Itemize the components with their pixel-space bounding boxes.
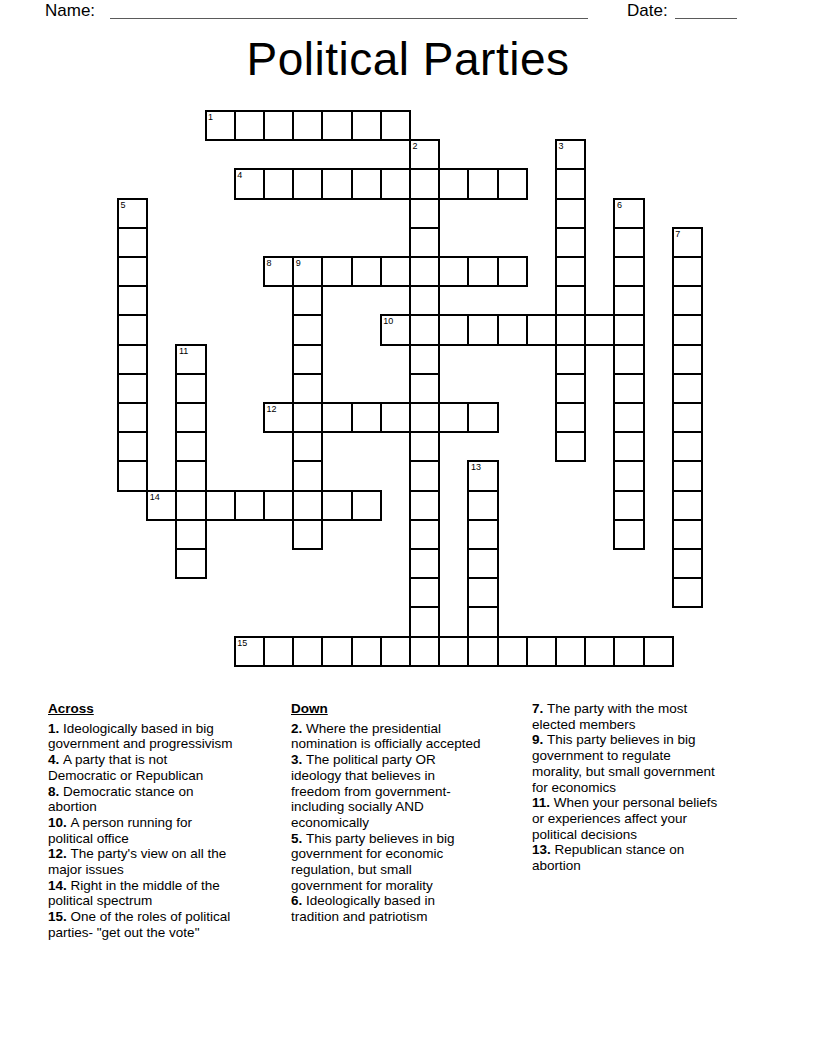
clue-number-4: 4 — [237, 170, 242, 180]
cell-r18-c8[interactable] — [352, 637, 381, 666]
cell-r1-c15[interactable]: 3 — [556, 140, 585, 169]
cell-r5-c8[interactable] — [352, 257, 381, 286]
clue-num-label: 7. — [532, 701, 547, 716]
cell-r7-c12[interactable] — [468, 315, 497, 344]
cell-r8-c17[interactable] — [614, 345, 643, 374]
cell-r11-c6[interactable] — [293, 432, 322, 461]
cell-r8-c10[interactable] — [410, 345, 439, 374]
clue-num-label: 12. — [48, 846, 71, 861]
cell-r11-c2[interactable] — [176, 432, 205, 461]
cell-r4-c15[interactable] — [556, 228, 585, 257]
clue-number-10: 10 — [383, 316, 393, 326]
cell-r5-c5[interactable]: 8 — [264, 257, 293, 286]
clue-num-label: 6. — [291, 893, 306, 908]
cell-r14-c2[interactable] — [176, 520, 205, 549]
cell-r4-c0[interactable] — [118, 228, 147, 257]
cell-r16-c12[interactable] — [468, 578, 497, 607]
cell-r9-c2[interactable] — [176, 374, 205, 403]
clue-number-5: 5 — [121, 200, 126, 210]
clue-across-8: 8. Democratic stance on abortion — [48, 784, 282, 815]
clue-down-3: 3. The political party OR ideology that … — [291, 752, 532, 831]
clue-number-15: 15 — [237, 638, 247, 648]
cell-r4-c17[interactable] — [614, 228, 643, 257]
cell-r12-c2[interactable] — [176, 461, 205, 490]
cell-r13-c19[interactable] — [673, 491, 702, 520]
cell-r18-c16[interactable] — [585, 637, 614, 666]
clue-number-3: 3 — [559, 141, 564, 151]
cell-r10-c15[interactable] — [556, 403, 585, 432]
cell-r18-c6[interactable] — [293, 637, 322, 666]
clue-num-label: 9. — [532, 732, 547, 747]
cell-r0-c3[interactable]: 1 — [206, 111, 235, 140]
clue-down-6: 6. Ideologically based in tradition and … — [291, 893, 532, 924]
cell-r12-c6[interactable] — [293, 461, 322, 490]
cell-r12-c10[interactable] — [410, 461, 439, 490]
name-writein-line[interactable] — [110, 3, 588, 19]
cell-r18-c17[interactable] — [614, 637, 643, 666]
cell-r12-c0[interactable] — [118, 461, 147, 490]
cell-r15-c12[interactable] — [468, 549, 497, 578]
cell-r7-c14[interactable] — [527, 315, 556, 344]
cell-r2-c8[interactable] — [352, 169, 381, 198]
cell-r12-c19[interactable] — [673, 461, 702, 490]
clue-down-2: 2. Where the presidential nomination is … — [291, 721, 532, 752]
cell-r10-c9[interactable] — [381, 403, 410, 432]
down-clues-list-1: 2. Where the presidential nomination is … — [291, 721, 532, 925]
cell-r0-c4[interactable] — [235, 111, 264, 140]
cell-r18-c12[interactable] — [468, 637, 497, 666]
cell-r10-c10[interactable] — [410, 403, 439, 432]
cell-r14-c12[interactable] — [468, 520, 497, 549]
cell-r3-c10[interactable] — [410, 199, 439, 228]
cell-r8-c15[interactable] — [556, 345, 585, 374]
cell-r0-c9[interactable] — [381, 111, 410, 140]
cell-r18-c4[interactable]: 15 — [235, 637, 264, 666]
clue-across-12: 12. The party's view on all the major is… — [48, 846, 282, 877]
cell-r2-c6[interactable] — [293, 169, 322, 198]
cell-r4-c19[interactable]: 7 — [673, 228, 702, 257]
cell-r13-c2[interactable] — [176, 491, 205, 520]
clue-num-label: 2. — [291, 721, 306, 736]
clue-num-label: 10. — [48, 815, 71, 830]
cell-r0-c8[interactable] — [352, 111, 381, 140]
cell-r13-c12[interactable] — [468, 491, 497, 520]
cell-r9-c6[interactable] — [293, 374, 322, 403]
cell-r15-c10[interactable] — [410, 549, 439, 578]
clue-num-label: 3. — [291, 752, 306, 767]
cell-r9-c10[interactable] — [410, 374, 439, 403]
cell-r18-c11[interactable] — [439, 637, 468, 666]
cell-r13-c17[interactable] — [614, 491, 643, 520]
cell-r2-c7[interactable] — [322, 169, 351, 198]
cell-r5-c6[interactable]: 9 — [293, 257, 322, 286]
clue-num-label: 15. — [48, 909, 71, 924]
cell-r3-c15[interactable] — [556, 199, 585, 228]
cell-r7-c16[interactable] — [585, 315, 614, 344]
cell-r2-c9[interactable] — [381, 169, 410, 198]
cell-r9-c17[interactable] — [614, 374, 643, 403]
clue-num-label: 13. — [532, 842, 555, 857]
cell-r6-c6[interactable] — [293, 286, 322, 315]
cell-r16-c10[interactable] — [410, 578, 439, 607]
cell-r0-c5[interactable] — [264, 111, 293, 140]
clue-down-9: 9. This party believes in big government… — [532, 732, 766, 795]
clue-number-8: 8 — [267, 258, 272, 268]
cell-r5-c19[interactable] — [673, 257, 702, 286]
cell-r7-c15[interactable] — [556, 315, 585, 344]
clue-num-label: 5. — [291, 831, 306, 846]
cell-r0-c7[interactable] — [322, 111, 351, 140]
cell-r13-c4[interactable] — [235, 491, 264, 520]
cell-r6-c19[interactable] — [673, 286, 702, 315]
cell-r5-c13[interactable] — [498, 257, 527, 286]
cell-r5-c11[interactable] — [439, 257, 468, 286]
down-heading: Down — [291, 701, 532, 717]
cell-r18-c10[interactable] — [410, 637, 439, 666]
across-heading: Across — [48, 701, 282, 717]
clue-num-label: 4. — [48, 752, 63, 767]
clue-num-label: 1. — [48, 721, 63, 736]
cell-r6-c17[interactable] — [614, 286, 643, 315]
cell-r18-c9[interactable] — [381, 637, 410, 666]
cell-r14-c17[interactable] — [614, 520, 643, 549]
cell-r10-c6[interactable] — [293, 403, 322, 432]
cell-r0-c6[interactable] — [293, 111, 322, 140]
cell-r10-c12[interactable] — [468, 403, 497, 432]
cell-r11-c10[interactable] — [410, 432, 439, 461]
date-writein-line[interactable] — [675, 3, 737, 19]
cell-r5-c12[interactable] — [468, 257, 497, 286]
clue-down-13: 13. Republican stance on abortion — [532, 842, 766, 873]
cell-r3-c17[interactable]: 6 — [614, 199, 643, 228]
cell-r1-c10[interactable]: 2 — [410, 140, 439, 169]
down-clues-column-2: 7. The party with the most elected membe… — [532, 701, 766, 874]
cell-r11-c19[interactable] — [673, 432, 702, 461]
clue-number-13: 13 — [471, 462, 481, 472]
cell-r10-c8[interactable] — [352, 403, 381, 432]
crossword-grid: 123456789101112131415 — [118, 111, 702, 666]
cell-r11-c17[interactable] — [614, 432, 643, 461]
cell-r18-c18[interactable] — [644, 637, 673, 666]
cell-r10-c2[interactable] — [176, 403, 205, 432]
name-label: Name: — [45, 1, 95, 21]
cell-r12-c12[interactable]: 13 — [468, 461, 497, 490]
clue-number-2: 2 — [413, 141, 418, 151]
clue-num-label: 14. — [48, 878, 71, 893]
clue-num-label: 8. — [48, 784, 63, 799]
cell-r9-c19[interactable] — [673, 374, 702, 403]
cell-r3-c0[interactable]: 5 — [118, 199, 147, 228]
clue-down-5: 5. This party believes in big government… — [291, 831, 532, 894]
cell-r2-c13[interactable] — [498, 169, 527, 198]
cell-r7-c9[interactable]: 10 — [381, 315, 410, 344]
cell-r13-c6[interactable] — [293, 491, 322, 520]
cell-r7-c0[interactable] — [118, 315, 147, 344]
cell-r14-c19[interactable] — [673, 520, 702, 549]
clue-number-9: 9 — [296, 258, 301, 268]
cell-r5-c7[interactable] — [322, 257, 351, 286]
cell-r12-c17[interactable] — [614, 461, 643, 490]
cell-r18-c7[interactable] — [322, 637, 351, 666]
clue-down-11: 11. When your personal beliefs or experi… — [532, 795, 766, 842]
cell-r8-c6[interactable] — [293, 345, 322, 374]
cell-r6-c0[interactable] — [118, 286, 147, 315]
clue-down-7: 7. The party with the most elected membe… — [532, 701, 766, 732]
cell-r6-c10[interactable] — [410, 286, 439, 315]
cell-r2-c4[interactable]: 4 — [235, 169, 264, 198]
cell-r10-c11[interactable] — [439, 403, 468, 432]
cell-r6-c15[interactable] — [556, 286, 585, 315]
cell-r9-c15[interactable] — [556, 374, 585, 403]
cell-r13-c10[interactable] — [410, 491, 439, 520]
cell-r7-c11[interactable] — [439, 315, 468, 344]
cell-r2-c11[interactable] — [439, 169, 468, 198]
cell-r10-c7[interactable] — [322, 403, 351, 432]
cell-r2-c12[interactable] — [468, 169, 497, 198]
cell-r8-c19[interactable] — [673, 345, 702, 374]
clue-across-1: 1. Ideologically based in big government… — [48, 721, 282, 752]
cell-r15-c2[interactable] — [176, 549, 205, 578]
cell-r15-c19[interactable] — [673, 549, 702, 578]
clue-across-4: 4. A party that is not Democratic or Rep… — [48, 752, 282, 783]
cell-r7-c13[interactable] — [498, 315, 527, 344]
clue-number-12: 12 — [267, 404, 277, 414]
cell-r13-c3[interactable] — [206, 491, 235, 520]
cell-r9-c0[interactable] — [118, 374, 147, 403]
cell-r13-c1[interactable]: 14 — [147, 491, 176, 520]
cell-r10-c0[interactable] — [118, 403, 147, 432]
worksheet-page: Name: Date: Political Parties 1234567891… — [0, 0, 816, 1056]
cell-r8-c2[interactable]: 11 — [176, 345, 205, 374]
across-clues-column: Across 1. Ideologically based in big gov… — [48, 701, 282, 941]
cell-r2-c15[interactable] — [556, 169, 585, 198]
clue-number-6: 6 — [617, 200, 622, 210]
clue-across-10: 10. A person running for political offic… — [48, 815, 282, 846]
cell-r5-c0[interactable] — [118, 257, 147, 286]
cell-r8-c0[interactable] — [118, 345, 147, 374]
across-clues-list: 1. Ideologically based in big government… — [48, 721, 282, 941]
cell-r10-c19[interactable] — [673, 403, 702, 432]
cell-r7-c19[interactable] — [673, 315, 702, 344]
cell-r17-c12[interactable] — [468, 607, 497, 636]
cell-r13-c5[interactable] — [264, 491, 293, 520]
clue-number-1: 1 — [208, 112, 213, 122]
cell-r14-c6[interactable] — [293, 520, 322, 549]
cell-r7-c6[interactable] — [293, 315, 322, 344]
cell-r10-c17[interactable] — [614, 403, 643, 432]
date-label: Date: — [627, 1, 668, 21]
cell-r18-c14[interactable] — [527, 637, 556, 666]
clue-across-14: 14. Right in the middle of the political… — [48, 878, 282, 909]
clue-num-label: 11. — [532, 795, 554, 810]
cell-r5-c9[interactable] — [381, 257, 410, 286]
cell-r5-c10[interactable] — [410, 257, 439, 286]
clue-number-14: 14 — [150, 492, 160, 502]
cell-r7-c17[interactable] — [614, 315, 643, 344]
cell-r18-c15[interactable] — [556, 637, 585, 666]
cell-r2-c10[interactable] — [410, 169, 439, 198]
cell-r13-c7[interactable] — [322, 491, 351, 520]
down-clues-list-2: 7. The party with the most elected membe… — [532, 701, 766, 874]
cell-r7-c10[interactable] — [410, 315, 439, 344]
cell-r10-c5[interactable]: 12 — [264, 403, 293, 432]
cell-r11-c15[interactable] — [556, 432, 585, 461]
cell-r18-c5[interactable] — [264, 637, 293, 666]
cell-r18-c13[interactable] — [498, 637, 527, 666]
down-clues-column-1: Down 2. Where the presidential nominatio… — [291, 701, 532, 925]
cell-r13-c8[interactable] — [352, 491, 381, 520]
cell-r5-c15[interactable] — [556, 257, 585, 286]
clue-number-7: 7 — [675, 229, 680, 239]
cell-r17-c10[interactable] — [410, 607, 439, 636]
cell-r14-c10[interactable] — [410, 520, 439, 549]
clue-across-15: 15. One of the roles of political partie… — [48, 909, 282, 940]
cell-r16-c19[interactable] — [673, 578, 702, 607]
cell-r5-c17[interactable] — [614, 257, 643, 286]
cell-r4-c10[interactable] — [410, 228, 439, 257]
cell-r11-c0[interactable] — [118, 432, 147, 461]
clue-number-11: 11 — [179, 346, 188, 356]
cell-r2-c5[interactable] — [264, 169, 293, 198]
page-title: Political Parties — [0, 31, 816, 87]
